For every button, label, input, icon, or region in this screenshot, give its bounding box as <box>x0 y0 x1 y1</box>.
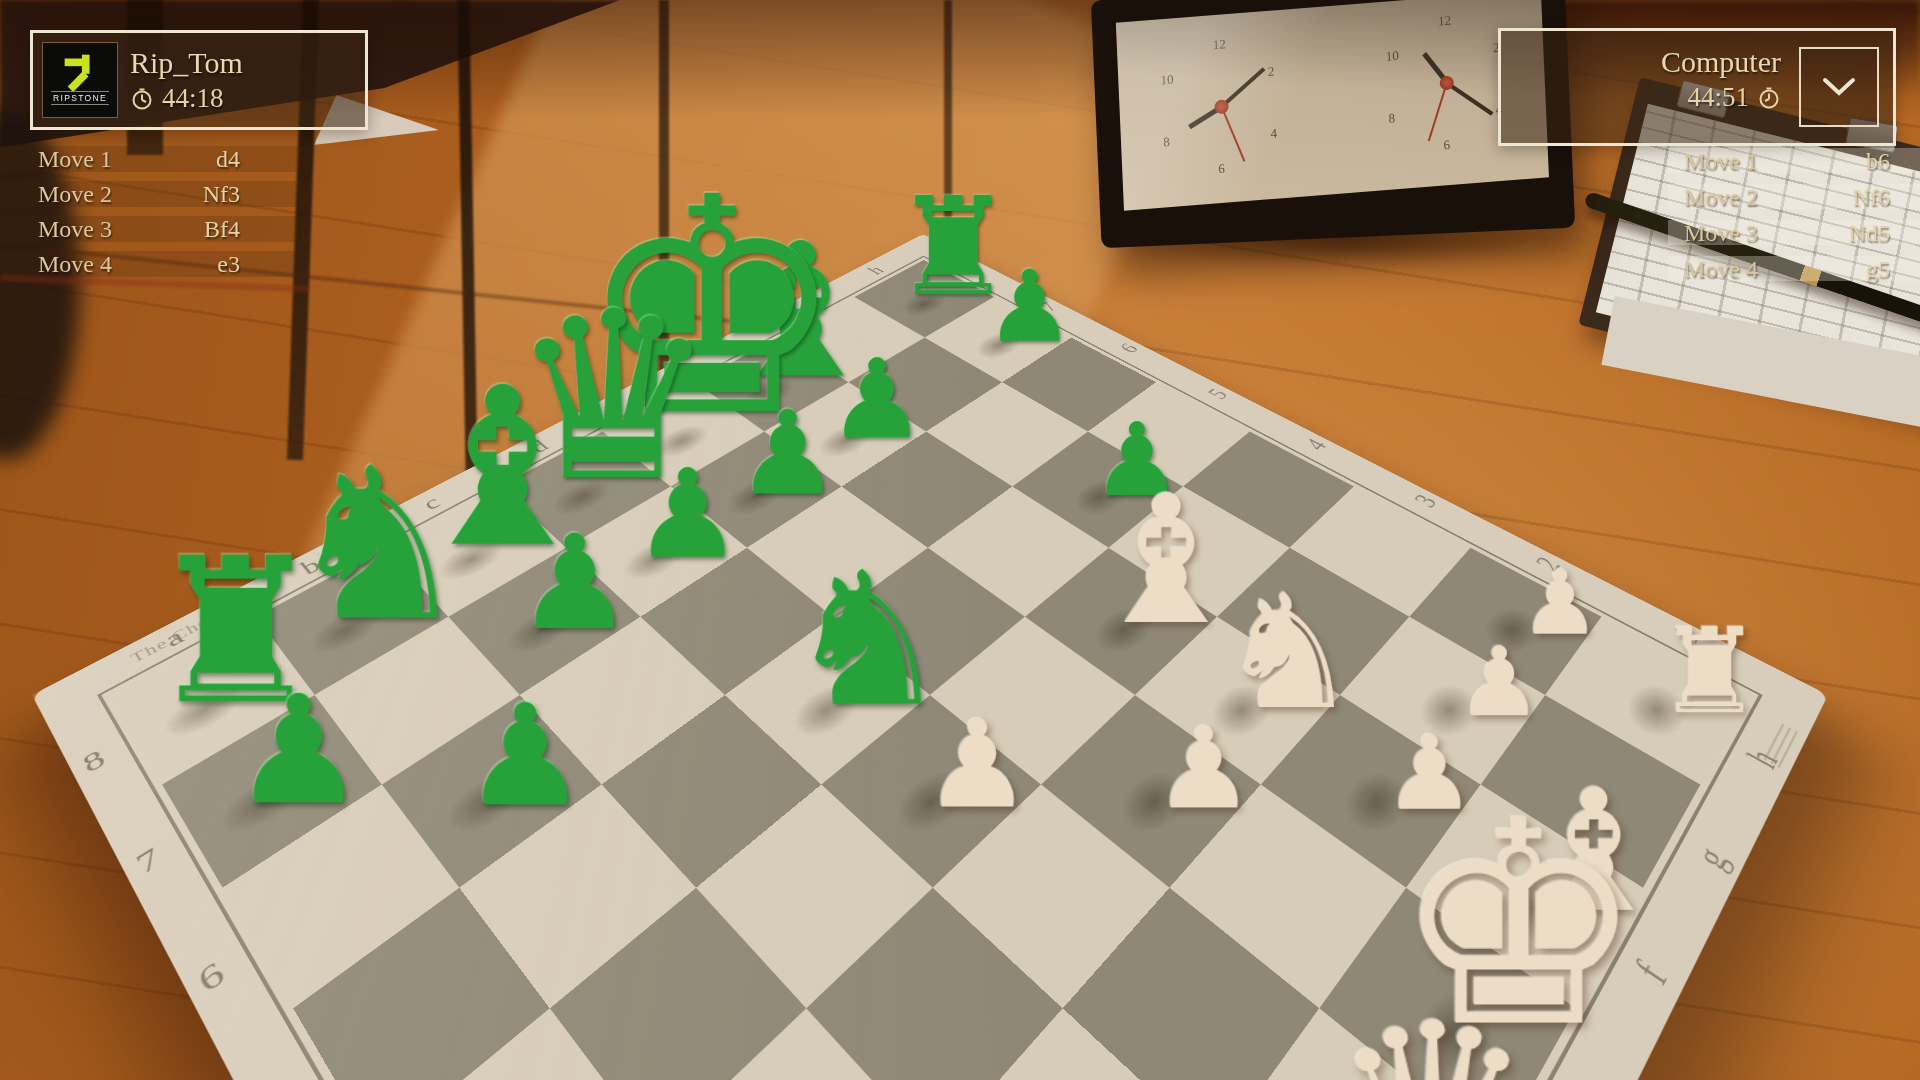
move-value: e3 <box>217 251 240 278</box>
move-list-white: Move 1 d4 Move 2 Nf3 Move 3 Bf4 Move 4 e… <box>0 146 310 286</box>
ripstone-logo-text: RIPSTONE <box>51 91 109 105</box>
move-label: Move 2 <box>1684 184 1758 211</box>
piece-white-p-g2[interactable]: ♟ <box>1457 639 1543 730</box>
move-value: d4 <box>216 146 240 173</box>
ripstone-r-icon <box>57 47 103 93</box>
move-label: Move 2 <box>38 181 112 208</box>
player-left-name: Rip_Tom <box>130 46 243 80</box>
piece-black-p-e7[interactable]: ♟ <box>736 400 840 510</box>
move-value: g5 <box>1866 256 1890 283</box>
move-row: Move 4 g5 <box>1668 256 1920 281</box>
player-panel-right: Computer 44:51 <box>1498 28 1896 146</box>
piece-black-p-c7[interactable]: ♟ <box>516 523 633 647</box>
move-row: Move 4 e3 <box>0 251 310 277</box>
chess-board: The Chess ♜♞♝♛♚♝♜♟♟♟♟♟♟♟♞♟♟♝♟♞♟♟♟♟♟♟♜♞♛♚… <box>32 234 1828 1080</box>
piece-black-p-h7[interactable]: ♟ <box>985 261 1074 355</box>
timer-icon <box>1757 86 1781 110</box>
chevron-down-icon <box>1822 77 1856 97</box>
move-row: Move 3 Nd5 <box>1668 220 1920 245</box>
move-value: Nd5 <box>1849 220 1890 247</box>
timer-icon <box>130 87 154 111</box>
player-right-info: Computer 44:51 <box>1661 45 1781 113</box>
move-value: Bf4 <box>204 216 240 243</box>
move-row: Move 3 Bf4 <box>0 216 310 242</box>
move-value: b6 <box>1866 148 1890 175</box>
piece-white-p-d4[interactable]: ♟ <box>923 709 1032 824</box>
piece-white-p-e3[interactable]: ♟ <box>1153 717 1254 824</box>
player-left-time-value: 44:18 <box>162 83 224 114</box>
move-row: Move 1 d4 <box>0 146 310 172</box>
piece-black-p-d7[interactable]: ♟ <box>632 458 742 575</box>
move-value: Nf3 <box>203 181 240 208</box>
player-left-info: Rip_Tom 44:18 <box>130 46 243 114</box>
move-label: Move 3 <box>38 216 112 243</box>
player-panel-left: RIPSTONE Rip_Tom 44:18 <box>30 30 368 130</box>
move-label: Move 4 <box>1684 256 1758 283</box>
piece-black-p-b6[interactable]: ♟ <box>462 691 588 824</box>
piece-white-r-h1[interactable]: ♜ <box>1657 617 1763 729</box>
move-value: Nf6 <box>1853 184 1890 211</box>
move-row: Move 1 b6 <box>1668 148 1920 173</box>
player-right-time: 44:51 <box>1661 82 1781 113</box>
move-label: Move 4 <box>38 251 112 278</box>
player-left-time: 44:18 <box>130 83 243 114</box>
move-label: Move 1 <box>38 146 112 173</box>
piece-white-q-d1[interactable]: ♛ <box>1330 1000 1533 1080</box>
move-list-black: Move 1 b6 Move 2 Nf6 Move 3 Nd5 Move 4 g… <box>1668 148 1920 292</box>
collapse-panel-button[interactable] <box>1799 47 1879 127</box>
piece-black-p-a7[interactable]: ♟ <box>231 681 366 824</box>
move-row: Move 2 Nf3 <box>0 181 310 207</box>
move-label: Move 1 <box>1684 148 1758 175</box>
player-right-time-value: 44:51 <box>1687 82 1749 113</box>
ripstone-logo: RIPSTONE <box>42 42 118 118</box>
move-label: Move 3 <box>1684 220 1758 247</box>
move-row: Move 2 Nf6 <box>1668 184 1920 209</box>
player-right-name: Computer <box>1661 45 1781 79</box>
